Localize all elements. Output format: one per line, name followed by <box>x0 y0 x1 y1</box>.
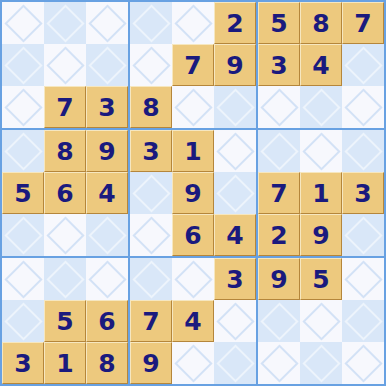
diamond-icon <box>4 302 42 340</box>
cell-r8c1[interactable] <box>2 300 44 342</box>
cell-r1c6: 2 <box>214 2 256 44</box>
diamond-icon <box>88 260 126 298</box>
box-9: 95 <box>258 258 384 384</box>
diamond-icon <box>344 344 382 382</box>
given-digit: 8 <box>98 350 115 376</box>
cell-r4c1[interactable] <box>2 130 44 172</box>
given-digit: 9 <box>312 222 329 248</box>
cell-r8c4: 7 <box>130 300 172 342</box>
given-digit: 3 <box>98 94 115 120</box>
diamond-icon <box>88 46 126 84</box>
cell-r4c5: 1 <box>172 130 214 172</box>
cell-r8c3: 6 <box>86 300 128 342</box>
diamond-icon <box>260 132 298 170</box>
diamond-icon <box>216 88 254 126</box>
cell-r4c9[interactable] <box>342 130 384 172</box>
cell-r6c5: 6 <box>172 214 214 256</box>
cell-r4c4: 3 <box>130 130 172 172</box>
given-digit: 7 <box>184 52 201 78</box>
given-digit: 1 <box>184 138 201 164</box>
cell-r8c6[interactable] <box>214 300 256 342</box>
cell-r5c2: 6 <box>44 172 86 214</box>
cell-r2c9[interactable] <box>342 44 384 86</box>
given-digit: 1 <box>312 180 329 206</box>
cell-r4c7[interactable] <box>258 130 300 172</box>
cell-r2c4[interactable] <box>130 44 172 86</box>
diamond-icon <box>344 46 382 84</box>
cell-r1c3[interactable] <box>86 2 128 44</box>
box-4: 89564 <box>2 130 128 256</box>
diamond-icon <box>344 302 382 340</box>
given-digit: 5 <box>312 266 329 292</box>
given-digit: 8 <box>142 94 159 120</box>
diamond-icon <box>132 260 170 298</box>
cell-r3c3: 3 <box>86 86 128 128</box>
cell-r6c3[interactable] <box>86 214 128 256</box>
cell-r8c2: 5 <box>44 300 86 342</box>
box-7: 56318 <box>2 258 128 384</box>
cell-r6c9[interactable] <box>342 214 384 256</box>
cell-r7c6: 3 <box>214 258 256 300</box>
diamond-icon <box>4 46 42 84</box>
cell-r7c2[interactable] <box>44 258 86 300</box>
cell-r2c5: 7 <box>172 44 214 86</box>
cell-r4c6[interactable] <box>214 130 256 172</box>
cell-r9c1: 3 <box>2 342 44 384</box>
diamond-icon <box>88 216 126 254</box>
cell-r2c3[interactable] <box>86 44 128 86</box>
box-6: 71329 <box>258 130 384 256</box>
cell-r1c5[interactable] <box>172 2 214 44</box>
given-digit: 4 <box>98 180 115 206</box>
cell-r1c7: 5 <box>258 2 300 44</box>
given-digit: 6 <box>56 180 73 206</box>
diamond-icon <box>216 174 254 212</box>
cell-r9c9[interactable] <box>342 342 384 384</box>
cell-r4c3: 9 <box>86 130 128 172</box>
cell-r1c4[interactable] <box>130 2 172 44</box>
given-digit: 9 <box>142 350 159 376</box>
cell-r7c7: 9 <box>258 258 300 300</box>
diamond-icon <box>132 216 170 254</box>
diamond-icon <box>4 4 42 42</box>
diamond-icon <box>216 302 254 340</box>
cell-r1c9: 7 <box>342 2 384 44</box>
diamond-icon <box>216 132 254 170</box>
cell-r5c7: 7 <box>258 172 300 214</box>
given-digit: 3 <box>226 266 243 292</box>
cell-r3c5[interactable] <box>172 86 214 128</box>
diamond-icon <box>302 302 340 340</box>
cell-r9c3: 8 <box>86 342 128 384</box>
cell-r3c2: 7 <box>44 86 86 128</box>
box-3: 58734 <box>258 2 384 128</box>
diamond-icon <box>46 4 84 42</box>
given-digit: 5 <box>56 308 73 334</box>
box-1: 73 <box>2 2 128 128</box>
cell-r5c3: 4 <box>86 172 128 214</box>
given-digit: 2 <box>270 222 287 248</box>
cell-r6c1[interactable] <box>2 214 44 256</box>
given-digit: 4 <box>184 308 201 334</box>
cell-r5c9: 3 <box>342 172 384 214</box>
given-digit: 9 <box>270 266 287 292</box>
diamond-icon <box>4 260 42 298</box>
cell-r6c6: 4 <box>214 214 256 256</box>
cell-r9c7[interactable] <box>258 342 300 384</box>
diamond-icon <box>46 216 84 254</box>
given-digit: 4 <box>226 222 243 248</box>
given-digit: 9 <box>98 138 115 164</box>
cell-r7c9[interactable] <box>342 258 384 300</box>
diamond-icon <box>132 4 170 42</box>
diamond-icon <box>216 344 254 382</box>
diamond-icon <box>302 88 340 126</box>
given-digit: 7 <box>56 94 73 120</box>
cell-r8c9[interactable] <box>342 300 384 342</box>
diamond-icon <box>344 132 382 170</box>
cell-r3c4: 8 <box>130 86 172 128</box>
cell-r6c8: 9 <box>300 214 342 256</box>
diamond-icon <box>4 132 42 170</box>
cell-r5c8: 1 <box>300 172 342 214</box>
given-digit: 5 <box>270 10 287 36</box>
diamond-icon <box>344 88 382 126</box>
cell-r7c8: 5 <box>300 258 342 300</box>
box-2: 2798 <box>130 2 256 128</box>
cell-r3c9[interactable] <box>342 86 384 128</box>
cell-r9c5[interactable] <box>172 342 214 384</box>
diamond-icon <box>344 260 382 298</box>
diamond-icon <box>174 344 212 382</box>
given-digit: 3 <box>354 180 371 206</box>
cell-r6c7: 2 <box>258 214 300 256</box>
given-digit: 8 <box>56 138 73 164</box>
diamond-icon <box>260 302 298 340</box>
cell-r9c2: 1 <box>44 342 86 384</box>
cell-r1c1[interactable] <box>2 2 44 44</box>
cell-r7c4[interactable] <box>130 258 172 300</box>
diamond-icon <box>174 88 212 126</box>
cell-r6c4[interactable] <box>130 214 172 256</box>
given-digit: 3 <box>270 52 287 78</box>
cell-r9c6[interactable] <box>214 342 256 384</box>
given-digit: 1 <box>56 350 73 376</box>
given-digit: 7 <box>142 308 159 334</box>
cell-r7c3[interactable] <box>86 258 128 300</box>
cell-r8c5: 4 <box>172 300 214 342</box>
cell-r3c7[interactable] <box>258 86 300 128</box>
cell-r5c5: 9 <box>172 172 214 214</box>
diamond-icon <box>46 260 84 298</box>
sudoku-board: 7327985873489564319647132956318374995 <box>0 0 386 386</box>
cell-r8c7[interactable] <box>258 300 300 342</box>
cell-r2c7: 3 <box>258 44 300 86</box>
given-digit: 6 <box>98 308 115 334</box>
diamond-icon <box>132 174 170 212</box>
cell-r7c5[interactable] <box>172 258 214 300</box>
diamond-icon <box>344 216 382 254</box>
cell-r3c6[interactable] <box>214 86 256 128</box>
cell-r2c8: 4 <box>300 44 342 86</box>
diamond-icon <box>174 4 212 42</box>
cell-r2c2[interactable] <box>44 44 86 86</box>
cell-r6c2[interactable] <box>44 214 86 256</box>
diamond-icon <box>260 88 298 126</box>
given-digit: 3 <box>14 350 31 376</box>
given-digit: 6 <box>184 222 201 248</box>
cell-r2c6: 9 <box>214 44 256 86</box>
box-8: 3749 <box>130 258 256 384</box>
diamond-icon <box>88 4 126 42</box>
cell-r3c1[interactable] <box>2 86 44 128</box>
cell-r3c8[interactable] <box>300 86 342 128</box>
cell-r4c8[interactable] <box>300 130 342 172</box>
given-digit: 9 <box>184 180 201 206</box>
cell-r7c1[interactable] <box>2 258 44 300</box>
given-digit: 2 <box>226 10 243 36</box>
given-digit: 3 <box>142 138 159 164</box>
diamond-icon <box>260 344 298 382</box>
given-digit: 5 <box>14 180 31 206</box>
given-digit: 7 <box>270 180 287 206</box>
cell-r9c8[interactable] <box>300 342 342 384</box>
diamond-icon <box>4 216 42 254</box>
box-5: 31964 <box>130 130 256 256</box>
diamond-icon <box>46 46 84 84</box>
diamond-icon <box>302 344 340 382</box>
cell-r9c4: 9 <box>130 342 172 384</box>
diamond-icon <box>302 132 340 170</box>
cell-r5c1: 5 <box>2 172 44 214</box>
given-digit: 8 <box>312 10 329 36</box>
cell-r4c2: 8 <box>44 130 86 172</box>
cell-r5c4[interactable] <box>130 172 172 214</box>
cell-r1c8: 8 <box>300 2 342 44</box>
given-digit: 9 <box>226 52 243 78</box>
diamond-icon <box>132 46 170 84</box>
given-digit: 4 <box>312 52 329 78</box>
cell-r1c2[interactable] <box>44 2 86 44</box>
given-digit: 7 <box>354 10 371 36</box>
cell-r8c8[interactable] <box>300 300 342 342</box>
diamond-icon <box>4 88 42 126</box>
diamond-icon <box>174 260 212 298</box>
cell-r5c6[interactable] <box>214 172 256 214</box>
cell-r2c1[interactable] <box>2 44 44 86</box>
